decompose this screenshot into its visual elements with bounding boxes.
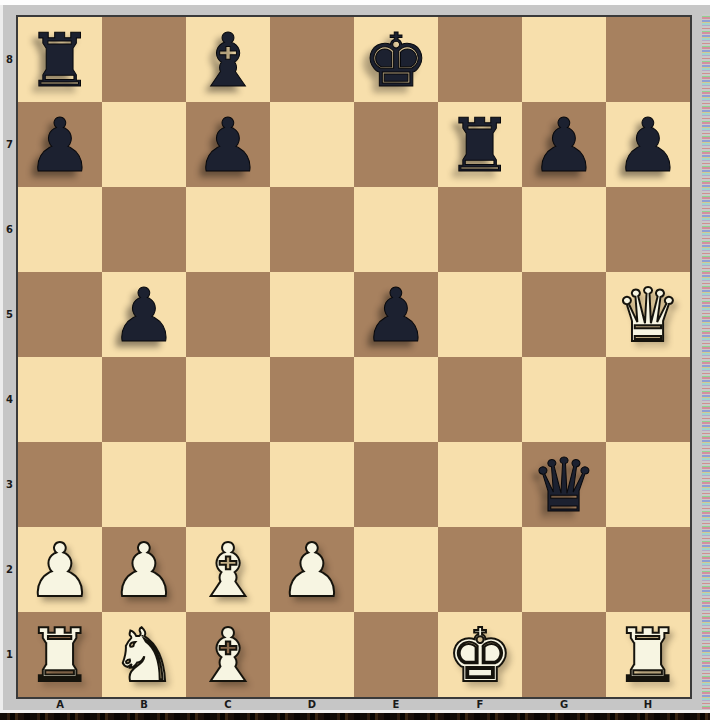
- rank-coordinates: 87654321: [3, 17, 16, 697]
- rank-label-2: 2: [3, 527, 16, 612]
- black-pawn-piece: ♟: [354, 272, 438, 357]
- square-d3[interactable]: [270, 442, 354, 527]
- rank-label-3: 3: [3, 442, 16, 527]
- square-f4[interactable]: [438, 357, 522, 442]
- square-c3[interactable]: [186, 442, 270, 527]
- square-b8[interactable]: [102, 17, 186, 102]
- square-h1[interactable]: ♜: [606, 612, 690, 697]
- square-d6[interactable]: [270, 187, 354, 272]
- square-h5[interactable]: ♛: [606, 272, 690, 357]
- black-pawn-piece: ♟: [186, 102, 270, 187]
- square-b4[interactable]: [102, 357, 186, 442]
- square-e8[interactable]: ♚: [354, 17, 438, 102]
- square-c4[interactable]: [186, 357, 270, 442]
- square-e1[interactable]: [354, 612, 438, 697]
- white-bishop-piece: ♝: [186, 612, 270, 697]
- square-h3[interactable]: [606, 442, 690, 527]
- rank-label-1: 1: [3, 612, 16, 697]
- square-g5[interactable]: [522, 272, 606, 357]
- white-queen-piece: ♛: [606, 272, 690, 357]
- square-a3[interactable]: [18, 442, 102, 527]
- square-a5[interactable]: [18, 272, 102, 357]
- square-h8[interactable]: [606, 17, 690, 102]
- square-a7[interactable]: ♟: [18, 102, 102, 187]
- square-c5[interactable]: [186, 272, 270, 357]
- square-c6[interactable]: [186, 187, 270, 272]
- chess-board: ♜♝♚♟♟♜♟♟♟♟♛♛♟♟♝♟♜♞♝♚♜: [16, 15, 692, 699]
- square-e4[interactable]: [354, 357, 438, 442]
- square-b1[interactable]: ♞: [102, 612, 186, 697]
- rank-label-5: 5: [3, 272, 16, 357]
- square-c2[interactable]: ♝: [186, 527, 270, 612]
- square-g8[interactable]: [522, 17, 606, 102]
- square-g2[interactable]: [522, 527, 606, 612]
- white-knight-piece: ♞: [102, 612, 186, 697]
- square-h2[interactable]: [606, 527, 690, 612]
- black-rook-piece: ♜: [438, 102, 522, 187]
- square-d4[interactable]: [270, 357, 354, 442]
- black-bishop-piece: ♝: [186, 17, 270, 102]
- square-a1[interactable]: ♜: [18, 612, 102, 697]
- square-b3[interactable]: [102, 442, 186, 527]
- black-pawn-piece: ♟: [606, 102, 690, 187]
- black-king-piece: ♚: [354, 17, 438, 102]
- rank-label-8: 8: [3, 17, 16, 102]
- square-b7[interactable]: [102, 102, 186, 187]
- square-d1[interactable]: [270, 612, 354, 697]
- black-pawn-piece: ♟: [102, 272, 186, 357]
- bottom-dark-band: [0, 713, 710, 720]
- white-pawn-piece: ♟: [18, 527, 102, 612]
- white-bishop-piece: ♝: [186, 527, 270, 612]
- square-c1[interactable]: ♝: [186, 612, 270, 697]
- square-h7[interactable]: ♟: [606, 102, 690, 187]
- square-f6[interactable]: [438, 187, 522, 272]
- black-pawn-piece: ♟: [18, 102, 102, 187]
- square-e5[interactable]: ♟: [354, 272, 438, 357]
- black-pawn-piece: ♟: [522, 102, 606, 187]
- square-h4[interactable]: [606, 357, 690, 442]
- white-rook-piece: ♜: [18, 612, 102, 697]
- square-d7[interactable]: [270, 102, 354, 187]
- square-f7[interactable]: ♜: [438, 102, 522, 187]
- square-b2[interactable]: ♟: [102, 527, 186, 612]
- square-e3[interactable]: [354, 442, 438, 527]
- rank-label-4: 4: [3, 357, 16, 442]
- square-f5[interactable]: [438, 272, 522, 357]
- square-a2[interactable]: ♟: [18, 527, 102, 612]
- square-c8[interactable]: ♝: [186, 17, 270, 102]
- square-e7[interactable]: [354, 102, 438, 187]
- white-pawn-piece: ♟: [102, 527, 186, 612]
- square-d8[interactable]: [270, 17, 354, 102]
- square-g7[interactable]: ♟: [522, 102, 606, 187]
- white-king-piece: ♚: [438, 612, 522, 697]
- square-g3[interactable]: ♛: [522, 442, 606, 527]
- black-queen-piece: ♛: [522, 442, 606, 527]
- black-rook-piece: ♜: [18, 17, 102, 102]
- white-pawn-piece: ♟: [270, 527, 354, 612]
- square-f3[interactable]: [438, 442, 522, 527]
- square-c7[interactable]: ♟: [186, 102, 270, 187]
- square-h6[interactable]: [606, 187, 690, 272]
- square-f2[interactable]: [438, 527, 522, 612]
- square-b6[interactable]: [102, 187, 186, 272]
- square-a4[interactable]: [18, 357, 102, 442]
- video-noise-artifact: [702, 14, 710, 712]
- square-a8[interactable]: ♜: [18, 17, 102, 102]
- square-d2[interactable]: ♟: [270, 527, 354, 612]
- square-e6[interactable]: [354, 187, 438, 272]
- square-g6[interactable]: [522, 187, 606, 272]
- square-b5[interactable]: ♟: [102, 272, 186, 357]
- square-g4[interactable]: [522, 357, 606, 442]
- rank-label-7: 7: [3, 102, 16, 187]
- square-a6[interactable]: [18, 187, 102, 272]
- white-rook-piece: ♜: [606, 612, 690, 697]
- square-f1[interactable]: ♚: [438, 612, 522, 697]
- square-f8[interactable]: [438, 17, 522, 102]
- square-g1[interactable]: [522, 612, 606, 697]
- square-d5[interactable]: [270, 272, 354, 357]
- chess-app-window: 87654321 ♜♝♚♟♟♜♟♟♟♟♛♛♟♟♝♟♜♞♝♚♜ ABCDEFGH: [0, 0, 710, 720]
- top-margin-band: [0, 0, 710, 5]
- rank-label-6: 6: [3, 187, 16, 272]
- square-e2[interactable]: [354, 527, 438, 612]
